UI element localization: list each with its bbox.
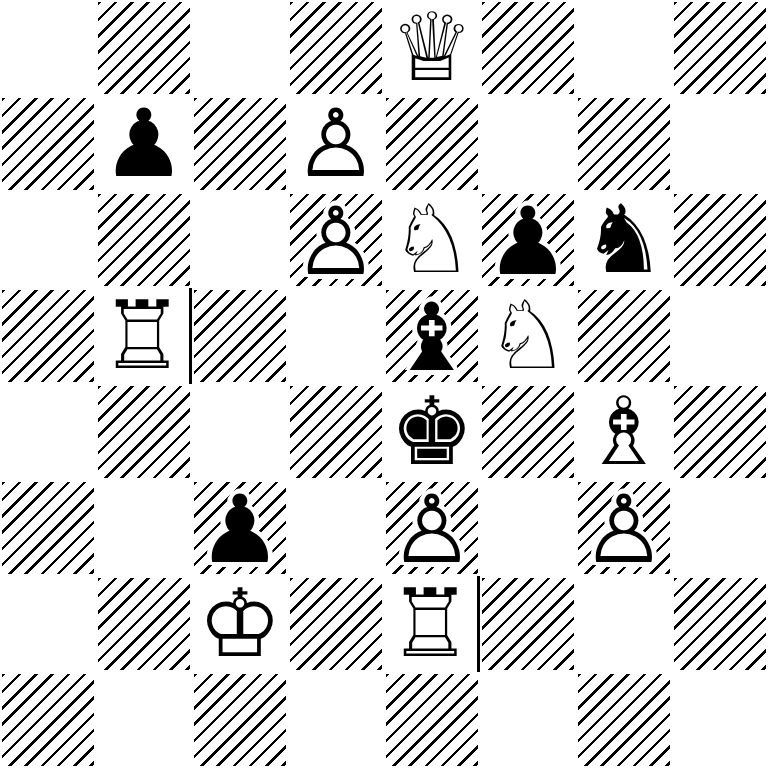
white-pawn-icon: ♙ [294,96,378,192]
square-e7[interactable] [384,96,480,192]
piece-white-pawn-e3: ♟♙ [386,482,478,574]
white-king-icon: ♔ [198,576,282,672]
black-knight-icon: ♞ [582,192,666,288]
square-b1[interactable] [96,672,192,768]
square-c2[interactable]: ♚♔ [192,576,288,672]
square-b6[interactable] [96,192,192,288]
piece-white-knight-f5: ♞♘ [480,288,576,384]
square-c6[interactable] [192,192,288,288]
black-bishop-icon: ♝ [390,290,474,386]
square-d4[interactable] [288,384,384,480]
square-g3[interactable]: ♟♙ [576,480,672,576]
square-h4[interactable] [672,384,768,480]
white-rook-icon: ♖ [388,576,472,672]
piece-white-pawn-g3: ♟♙ [578,482,670,574]
square-h8[interactable] [672,0,768,96]
square-f4[interactable] [480,384,576,480]
white-knight-icon: ♘ [486,288,570,384]
square-d5[interactable] [288,288,384,384]
square-e6[interactable]: ♞♘ [384,192,480,288]
white-pawn-icon: ♙ [390,482,474,578]
piece-white-bishop-g4: ♝♗ [576,384,672,480]
square-h1[interactable] [672,672,768,768]
square-a8[interactable] [0,0,96,96]
square-f5[interactable]: ♞♘ [480,288,576,384]
square-g5[interactable] [576,288,672,384]
square-b8[interactable] [96,0,192,96]
square-h2[interactable] [672,576,768,672]
square-f6[interactable]: ♟♟ [480,192,576,288]
square-e1[interactable] [384,672,480,768]
square-g4[interactable]: ♝♗ [576,384,672,480]
square-h6[interactable] [672,192,768,288]
piece-black-pawn-b7: ♟♟ [96,96,192,192]
white-pawn-icon: ♙ [294,194,378,290]
square-d8[interactable] [288,0,384,96]
square-h7[interactable] [672,96,768,192]
square-e2[interactable]: ♜♖ [384,576,480,672]
piece-black-pawn-c3: ♟♟ [194,482,286,574]
square-e8[interactable]: ♛♕ [384,0,480,96]
square-g2[interactable] [576,576,672,672]
square-c7[interactable] [192,96,288,192]
square-a7[interactable] [0,96,96,192]
black-king-icon: ♚ [390,384,474,480]
white-rook-icon: ♖ [100,288,184,384]
piece-white-pawn-d6: ♟♙ [290,194,382,286]
square-e5[interactable]: ♝♝ [384,288,480,384]
square-f3[interactable] [480,480,576,576]
square-f2[interactable] [480,576,576,672]
piece-white-queen-e8: ♛♕ [384,0,480,96]
black-pawn-icon: ♟ [486,194,570,290]
square-b4[interactable] [96,384,192,480]
piece-black-knight-g6: ♞♞ [576,192,672,288]
square-a3[interactable] [0,480,96,576]
square-g7[interactable] [576,96,672,192]
square-a1[interactable] [0,672,96,768]
white-queen-icon: ♕ [390,0,474,96]
piece-black-bishop-e5: ♝♝ [386,290,478,382]
piece-white-king-c2: ♚♔ [192,576,288,672]
square-e4[interactable]: ♚♚ [384,384,480,480]
square-d2[interactable] [288,576,384,672]
square-h5[interactable] [672,288,768,384]
square-e3[interactable]: ♟♙ [384,480,480,576]
square-f1[interactable] [480,672,576,768]
piece-white-rook-e2: ♜♖ [384,576,477,672]
piece-white-pawn-d7: ♟♙ [288,96,384,192]
square-g1[interactable] [576,672,672,768]
square-a4[interactable] [0,384,96,480]
piece-black-pawn-f6: ♟♟ [482,194,574,286]
chess-board: ♛♕♟♟♟♙♟♙♞♘♟♟♞♞♜♖♝♝♞♘♚♚♝♗♟♟♟♙♟♙♚♔♜♖ [0,0,768,768]
square-d6[interactable]: ♟♙ [288,192,384,288]
square-f7[interactable] [480,96,576,192]
piece-white-rook-b5: ♜♖ [96,288,189,384]
square-h3[interactable] [672,480,768,576]
square-a5[interactable] [0,288,96,384]
square-c4[interactable] [192,384,288,480]
square-b7[interactable]: ♟♟ [96,96,192,192]
square-b5[interactable]: ♜♖ [96,288,192,384]
square-a6[interactable] [0,192,96,288]
square-d1[interactable] [288,672,384,768]
square-c8[interactable] [192,0,288,96]
square-b3[interactable] [96,480,192,576]
square-c3[interactable]: ♟♟ [192,480,288,576]
black-pawn-icon: ♟ [198,482,282,578]
square-b2[interactable] [96,576,192,672]
square-g8[interactable] [576,0,672,96]
piece-white-knight-e6: ♞♘ [384,192,480,288]
square-d7[interactable]: ♟♙ [288,96,384,192]
white-bishop-icon: ♗ [582,384,666,480]
white-pawn-icon: ♙ [582,482,666,578]
white-knight-icon: ♘ [390,192,474,288]
square-a2[interactable] [0,576,96,672]
square-d3[interactable] [288,480,384,576]
square-f8[interactable] [480,0,576,96]
square-g6[interactable]: ♞♞ [576,192,672,288]
square-c1[interactable] [192,672,288,768]
piece-black-king-e4: ♚♚ [384,384,480,480]
square-c5[interactable] [192,288,288,384]
black-pawn-icon: ♟ [102,96,186,192]
